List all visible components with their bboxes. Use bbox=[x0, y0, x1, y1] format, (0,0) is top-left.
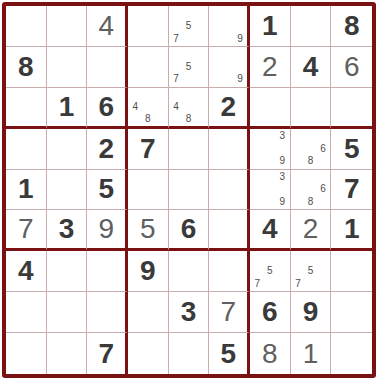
cell-r6c7[interactable]: 4 bbox=[250, 210, 291, 251]
cell-r4c9[interactable]: 5 bbox=[331, 129, 372, 170]
cell-r4c5[interactable] bbox=[169, 129, 210, 170]
pencil-mark-9: 9 bbox=[276, 155, 289, 168]
cell-r1c4[interactable] bbox=[128, 6, 169, 47]
solved-digit: 2 bbox=[303, 215, 319, 243]
pencil-mark-5: 5 bbox=[182, 20, 195, 33]
cell-r3c5[interactable]: 48 bbox=[169, 88, 210, 129]
cell-r1c3[interactable]: 4 bbox=[87, 6, 128, 47]
cell-r6c2[interactable]: 3 bbox=[47, 210, 88, 251]
pencil-mark-8: 8 bbox=[182, 113, 195, 125]
pencil-mark-5: 5 bbox=[182, 61, 195, 74]
cell-r3c2[interactable]: 1 bbox=[47, 88, 88, 129]
pencil-marks: 68 bbox=[292, 171, 330, 209]
pencil-marks: 48 bbox=[129, 89, 167, 125]
cell-r5c4[interactable] bbox=[128, 170, 169, 211]
cell-r7c4[interactable]: 9 bbox=[128, 251, 169, 292]
given-digit: 6 bbox=[262, 298, 278, 326]
pencil-mark-5: 5 bbox=[264, 265, 277, 278]
cell-r4c6[interactable] bbox=[209, 129, 250, 170]
solved-digit: 7 bbox=[220, 298, 236, 326]
cell-r9c5[interactable] bbox=[169, 333, 210, 374]
given-digit: 8 bbox=[18, 53, 34, 81]
cell-r4c4[interactable]: 7 bbox=[128, 129, 169, 170]
cell-r8c2[interactable] bbox=[47, 292, 88, 333]
cell-r4c7[interactable]: 39 bbox=[250, 129, 291, 170]
cell-r9c2[interactable] bbox=[47, 333, 88, 374]
cell-r2c6[interactable]: 9 bbox=[209, 47, 250, 88]
pencil-mark-6: 6 bbox=[317, 183, 330, 196]
pencil-marks: 68 bbox=[292, 130, 330, 168]
cell-r9c9[interactable] bbox=[331, 333, 372, 374]
cell-r7c9[interactable] bbox=[331, 251, 372, 292]
cell-r1c6[interactable]: 9 bbox=[209, 6, 250, 47]
cell-r7c8[interactable]: 57 bbox=[291, 251, 332, 292]
pencil-mark-5: 5 bbox=[304, 265, 317, 278]
cell-r3c4[interactable]: 48 bbox=[128, 88, 169, 129]
cell-r1c5[interactable]: 57 bbox=[169, 6, 210, 47]
cell-r8c4[interactable] bbox=[128, 292, 169, 333]
given-digit: 1 bbox=[344, 215, 360, 243]
solved-digit: 5 bbox=[140, 215, 156, 243]
cell-r2c9[interactable]: 6 bbox=[331, 47, 372, 88]
given-digit: 5 bbox=[220, 340, 236, 368]
cell-r6c4[interactable]: 5 bbox=[128, 210, 169, 251]
cell-r3c9[interactable] bbox=[331, 88, 372, 129]
pencil-mark-9: 9 bbox=[276, 196, 289, 209]
cell-r2c3[interactable] bbox=[87, 47, 128, 88]
cell-r2c8[interactable]: 4 bbox=[291, 47, 332, 88]
pencil-mark-8: 8 bbox=[304, 155, 317, 168]
cell-r2c2[interactable] bbox=[47, 47, 88, 88]
pencil-marks: 57 bbox=[292, 252, 330, 290]
cell-r7c6[interactable] bbox=[209, 251, 250, 292]
cell-r5c8[interactable]: 68 bbox=[291, 170, 332, 211]
cell-r1c2[interactable] bbox=[47, 6, 88, 47]
cell-r3c3[interactable]: 6 bbox=[87, 88, 128, 129]
cell-r9c6[interactable]: 5 bbox=[209, 333, 250, 374]
cell-r5c1[interactable]: 1 bbox=[6, 170, 47, 211]
given-digit: 4 bbox=[262, 215, 278, 243]
given-digit: 4 bbox=[303, 53, 319, 81]
cell-r1c7[interactable]: 1 bbox=[250, 6, 291, 47]
cell-r4c2[interactable] bbox=[47, 129, 88, 170]
given-digit: 9 bbox=[303, 298, 319, 326]
cell-r9c4[interactable] bbox=[128, 333, 169, 374]
cell-r4c8[interactable]: 68 bbox=[291, 129, 332, 170]
pencil-mark-3: 3 bbox=[276, 130, 289, 143]
cell-r3c7[interactable] bbox=[250, 88, 291, 129]
cell-r2c1[interactable]: 8 bbox=[6, 47, 47, 88]
cell-r1c8[interactable] bbox=[291, 6, 332, 47]
cell-r6c5[interactable]: 6 bbox=[169, 210, 210, 251]
solved-digit: 9 bbox=[98, 215, 114, 243]
pencil-mark-3: 3 bbox=[276, 171, 289, 184]
cell-r8c7[interactable]: 6 bbox=[250, 292, 291, 333]
pencil-mark-7: 7 bbox=[251, 278, 264, 291]
pencil-mark-8: 8 bbox=[304, 196, 317, 209]
cell-r3c8[interactable] bbox=[291, 88, 332, 129]
cell-r9c8[interactable]: 1 bbox=[291, 333, 332, 374]
cell-r8c8[interactable]: 9 bbox=[291, 292, 332, 333]
pencil-mark-7: 7 bbox=[292, 278, 305, 291]
cell-r6c9[interactable]: 1 bbox=[331, 210, 372, 251]
sudoku-board: 4579188579246164848227396851539687739564… bbox=[2, 2, 376, 378]
cell-r2c4[interactable] bbox=[128, 47, 169, 88]
cell-r5c7[interactable]: 39 bbox=[250, 170, 291, 211]
given-digit: 6 bbox=[181, 215, 197, 243]
pencil-marks: 9 bbox=[210, 48, 246, 86]
cell-r7c1[interactable]: 4 bbox=[6, 251, 47, 292]
pencil-marks: 39 bbox=[251, 130, 289, 168]
cell-r8c6[interactable]: 7 bbox=[209, 292, 250, 333]
cell-r5c9[interactable]: 7 bbox=[331, 170, 372, 211]
solved-digit: 4 bbox=[98, 12, 114, 40]
pencil-marks: 57 bbox=[170, 7, 208, 45]
cell-r5c5[interactable] bbox=[169, 170, 210, 211]
cell-r8c3[interactable] bbox=[87, 292, 128, 333]
given-digit: 1 bbox=[59, 93, 75, 121]
given-digit: 3 bbox=[181, 298, 197, 326]
cell-r7c2[interactable] bbox=[47, 251, 88, 292]
pencil-mark-4: 4 bbox=[129, 101, 142, 113]
cell-r7c3[interactable] bbox=[87, 251, 128, 292]
cell-r1c1[interactable] bbox=[6, 6, 47, 47]
given-digit: 5 bbox=[344, 135, 360, 163]
given-digit: 7 bbox=[98, 340, 114, 368]
cell-r5c2[interactable] bbox=[47, 170, 88, 211]
pencil-marks: 57 bbox=[251, 252, 289, 290]
pencil-marks: 48 bbox=[170, 89, 208, 125]
given-digit: 7 bbox=[140, 135, 156, 163]
solved-digit: 6 bbox=[344, 53, 360, 81]
cell-r4c3[interactable]: 2 bbox=[87, 129, 128, 170]
pencil-mark-6: 6 bbox=[317, 142, 330, 155]
solved-digit: 2 bbox=[262, 53, 278, 81]
given-digit: 1 bbox=[262, 12, 278, 40]
pencil-mark-4: 4 bbox=[170, 101, 183, 113]
cell-r9c1[interactable] bbox=[6, 333, 47, 374]
pencil-mark-9: 9 bbox=[234, 32, 246, 45]
pencil-mark-7: 7 bbox=[170, 32, 183, 45]
solved-digit: 7 bbox=[18, 215, 34, 243]
given-digit: 6 bbox=[98, 93, 114, 121]
solved-digit: 8 bbox=[262, 340, 278, 368]
given-digit: 7 bbox=[344, 175, 360, 203]
cell-r2c5[interactable]: 57 bbox=[169, 47, 210, 88]
cell-r9c7[interactable]: 8 bbox=[250, 333, 291, 374]
given-digit: 5 bbox=[98, 175, 114, 203]
cell-r8c1[interactable] bbox=[6, 292, 47, 333]
given-digit: 4 bbox=[18, 257, 34, 285]
cell-r4c1[interactable] bbox=[6, 129, 47, 170]
cell-r2c7[interactable]: 2 bbox=[250, 47, 291, 88]
pencil-marks: 9 bbox=[210, 7, 246, 45]
cell-r6c8[interactable]: 2 bbox=[291, 210, 332, 251]
cell-r6c6[interactable] bbox=[209, 210, 250, 251]
cell-r5c3[interactable]: 5 bbox=[87, 170, 128, 211]
given-digit: 9 bbox=[140, 257, 156, 285]
cell-r6c3[interactable]: 9 bbox=[87, 210, 128, 251]
given-digit: 2 bbox=[220, 93, 236, 121]
cell-r7c5[interactable] bbox=[169, 251, 210, 292]
cell-r8c9[interactable] bbox=[331, 292, 372, 333]
given-digit: 2 bbox=[98, 135, 114, 163]
cell-r3c6[interactable]: 2 bbox=[209, 88, 250, 129]
pencil-mark-9: 9 bbox=[234, 73, 246, 86]
solved-digit: 1 bbox=[303, 340, 319, 368]
pencil-mark-7: 7 bbox=[170, 73, 183, 86]
cell-r6c1[interactable]: 7 bbox=[6, 210, 47, 251]
given-digit: 3 bbox=[59, 215, 75, 243]
cell-r1c9[interactable]: 8 bbox=[331, 6, 372, 47]
given-digit: 1 bbox=[18, 175, 34, 203]
given-digit: 8 bbox=[344, 12, 360, 40]
cell-r7c7[interactable]: 57 bbox=[250, 251, 291, 292]
pencil-mark-8: 8 bbox=[142, 113, 155, 125]
pencil-marks: 57 bbox=[170, 48, 208, 86]
cell-r3c1[interactable] bbox=[6, 88, 47, 129]
cell-r8c5[interactable]: 3 bbox=[169, 292, 210, 333]
pencil-marks: 39 bbox=[251, 171, 289, 209]
cell-r9c3[interactable]: 7 bbox=[87, 333, 128, 374]
cell-r5c6[interactable] bbox=[209, 170, 250, 211]
